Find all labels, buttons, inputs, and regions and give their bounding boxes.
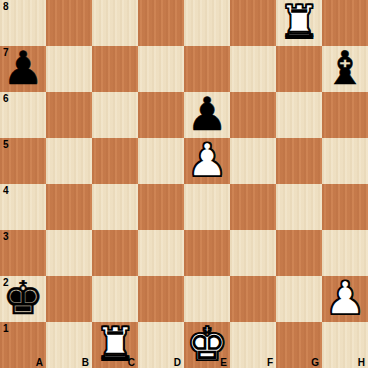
square-a5[interactable]: 5	[0, 138, 46, 184]
square-e6[interactable]: ♟	[184, 92, 230, 138]
square-h5[interactable]	[322, 138, 368, 184]
square-e7[interactable]	[184, 46, 230, 92]
square-c7[interactable]	[92, 46, 138, 92]
file-label-e: E	[220, 357, 227, 368]
square-d7[interactable]	[138, 46, 184, 92]
rank-label-7: 7	[3, 47, 9, 58]
piece-white-rook-g8[interactable]: ♜	[278, 0, 319, 45]
square-g5[interactable]	[276, 138, 322, 184]
square-b7[interactable]	[46, 46, 92, 92]
square-a6[interactable]: 6	[0, 92, 46, 138]
square-d8[interactable]	[138, 0, 184, 46]
square-c8[interactable]	[92, 0, 138, 46]
square-g4[interactable]	[276, 184, 322, 230]
square-g7[interactable]	[276, 46, 322, 92]
square-f1[interactable]: F	[230, 322, 276, 368]
square-h7[interactable]: ♝	[322, 46, 368, 92]
square-b1[interactable]: B	[46, 322, 92, 368]
rank-label-2: 2	[3, 277, 9, 288]
square-e2[interactable]	[184, 276, 230, 322]
square-c3[interactable]	[92, 230, 138, 276]
square-f2[interactable]	[230, 276, 276, 322]
square-a4[interactable]: 4	[0, 184, 46, 230]
rank-label-3: 3	[3, 231, 9, 242]
rank-label-4: 4	[3, 185, 9, 196]
chess-board: 8♜7♟♝6♟5♟432♚♟1ABC♜DE♚FGH	[0, 0, 368, 368]
square-f5[interactable]	[230, 138, 276, 184]
file-label-h: H	[358, 357, 365, 368]
square-f3[interactable]	[230, 230, 276, 276]
square-d2[interactable]	[138, 276, 184, 322]
file-label-c: C	[128, 357, 135, 368]
square-d4[interactable]	[138, 184, 184, 230]
square-g2[interactable]	[276, 276, 322, 322]
square-b8[interactable]	[46, 0, 92, 46]
file-label-a: A	[36, 357, 43, 368]
square-f7[interactable]	[230, 46, 276, 92]
piece-black-pawn-e6[interactable]: ♟	[186, 91, 227, 137]
piece-white-pawn-e5[interactable]: ♟	[186, 137, 227, 183]
square-f8[interactable]	[230, 0, 276, 46]
square-d3[interactable]	[138, 230, 184, 276]
square-h6[interactable]	[322, 92, 368, 138]
square-h8[interactable]	[322, 0, 368, 46]
square-b3[interactable]	[46, 230, 92, 276]
square-h2[interactable]: ♟	[322, 276, 368, 322]
square-g6[interactable]	[276, 92, 322, 138]
square-e1[interactable]: E♚	[184, 322, 230, 368]
square-h1[interactable]: H	[322, 322, 368, 368]
square-c2[interactable]	[92, 276, 138, 322]
piece-white-pawn-h2[interactable]: ♟	[324, 275, 365, 321]
square-a2[interactable]: 2♚	[0, 276, 46, 322]
square-g1[interactable]: G	[276, 322, 322, 368]
square-d1[interactable]: D	[138, 322, 184, 368]
square-d5[interactable]	[138, 138, 184, 184]
square-e3[interactable]	[184, 230, 230, 276]
rank-label-8: 8	[3, 1, 9, 12]
square-a3[interactable]: 3	[0, 230, 46, 276]
square-c4[interactable]	[92, 184, 138, 230]
square-a1[interactable]: 1A	[0, 322, 46, 368]
square-c1[interactable]: C♜	[92, 322, 138, 368]
square-b5[interactable]	[46, 138, 92, 184]
square-g3[interactable]	[276, 230, 322, 276]
square-h3[interactable]	[322, 230, 368, 276]
file-label-d: D	[174, 357, 181, 368]
square-b6[interactable]	[46, 92, 92, 138]
square-e8[interactable]	[184, 0, 230, 46]
file-label-f: F	[267, 357, 273, 368]
rank-label-1: 1	[3, 323, 9, 334]
square-a8[interactable]: 8	[0, 0, 46, 46]
square-c6[interactable]	[92, 92, 138, 138]
rank-label-6: 6	[3, 93, 9, 104]
square-e5[interactable]: ♟	[184, 138, 230, 184]
rank-label-5: 5	[3, 139, 9, 150]
square-d6[interactable]	[138, 92, 184, 138]
square-g8[interactable]: ♜	[276, 0, 322, 46]
piece-black-bishop-h7[interactable]: ♝	[324, 45, 365, 91]
square-h4[interactable]	[322, 184, 368, 230]
square-f4[interactable]	[230, 184, 276, 230]
file-label-b: B	[82, 357, 89, 368]
square-b4[interactable]	[46, 184, 92, 230]
square-b2[interactable]	[46, 276, 92, 322]
file-label-g: G	[311, 357, 319, 368]
square-a7[interactable]: 7♟	[0, 46, 46, 92]
square-f6[interactable]	[230, 92, 276, 138]
square-c5[interactable]	[92, 138, 138, 184]
square-e4[interactable]	[184, 184, 230, 230]
